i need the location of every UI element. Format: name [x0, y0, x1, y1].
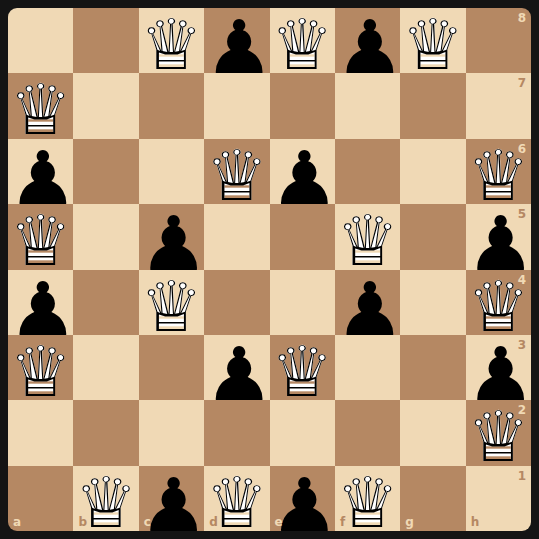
square-f3[interactable]: [335, 335, 400, 400]
chess-board: ♛♕♟♛♕♟♛♕8♛♕7♟♛♕♟♛♕6♛♕♟♛♕♟5♟♛♕♟♛♕4♛♕♟♛♕♟3…: [8, 8, 531, 531]
square-d6[interactable]: ♛♕: [204, 139, 269, 204]
square-b3[interactable]: [73, 335, 138, 400]
square-d1[interactable]: ♛♕d: [204, 466, 269, 531]
white-queen[interactable]: ♛♕: [8, 335, 73, 400]
square-h4[interactable]: ♛♕4: [466, 270, 531, 335]
white-queen[interactable]: ♛♕: [466, 270, 531, 335]
board-frame: ♛♕♟♛♕♟♛♕8♛♕7♟♛♕♟♛♕6♛♕♟♛♕♟5♟♛♕♟♛♕4♛♕♟♛♕♟3…: [0, 0, 539, 539]
white-queen[interactable]: ♛♕: [335, 466, 400, 531]
square-d5[interactable]: [204, 204, 269, 269]
white-queen-outline-icon: ♕: [140, 272, 203, 342]
square-h2[interactable]: ♛♕2: [466, 400, 531, 465]
square-b6[interactable]: [73, 139, 138, 204]
square-a4[interactable]: ♟: [8, 270, 73, 335]
square-b1[interactable]: ♛♕b: [73, 466, 138, 531]
square-d4[interactable]: [204, 270, 269, 335]
square-a7[interactable]: ♛♕: [8, 73, 73, 138]
white-queen[interactable]: ♛♕: [139, 270, 204, 335]
square-a3[interactable]: ♛♕: [8, 335, 73, 400]
black-pawn[interactable]: ♟: [335, 8, 400, 73]
square-b2[interactable]: [73, 400, 138, 465]
square-a8[interactable]: [8, 8, 73, 73]
square-e2[interactable]: [270, 400, 335, 465]
rank-label-8: 8: [518, 11, 526, 25]
white-queen-outline-icon: ♕: [336, 468, 399, 531]
square-f7[interactable]: [335, 73, 400, 138]
square-c5[interactable]: ♟: [139, 204, 204, 269]
square-b4[interactable]: [73, 270, 138, 335]
white-queen[interactable]: ♛♕: [400, 8, 465, 73]
file-label-a: a: [13, 515, 21, 529]
square-c3[interactable]: [139, 335, 204, 400]
square-d7[interactable]: [204, 73, 269, 138]
white-queen[interactable]: ♛♕: [270, 335, 335, 400]
square-g6[interactable]: [400, 139, 465, 204]
file-label-h: h: [471, 515, 480, 529]
square-f6[interactable]: [335, 139, 400, 204]
black-pawn-icon: ♟: [270, 468, 340, 531]
square-a5[interactable]: ♛♕: [8, 204, 73, 269]
white-queen-outline-icon: ♕: [467, 402, 530, 472]
black-pawn[interactable]: ♟: [139, 204, 204, 269]
square-c4[interactable]: ♛♕: [139, 270, 204, 335]
black-pawn[interactable]: ♟: [335, 270, 400, 335]
square-e8[interactable]: ♛♕: [270, 8, 335, 73]
black-pawn[interactable]: ♟: [8, 270, 73, 335]
white-queen-outline-icon: ♕: [9, 337, 72, 407]
square-g7[interactable]: [400, 73, 465, 138]
black-pawn[interactable]: ♟: [204, 8, 269, 73]
square-g3[interactable]: [400, 335, 465, 400]
black-pawn-icon: ♟: [139, 468, 209, 531]
black-pawn[interactable]: ♟: [270, 466, 335, 531]
black-pawn[interactable]: ♟: [466, 335, 531, 400]
square-d2[interactable]: [204, 400, 269, 465]
white-queen-outline-icon: ♕: [271, 10, 334, 80]
white-queen[interactable]: ♛♕: [204, 466, 269, 531]
black-pawn[interactable]: ♟: [8, 139, 73, 204]
black-pawn[interactable]: ♟: [139, 466, 204, 531]
white-queen[interactable]: ♛♕: [204, 139, 269, 204]
square-h8[interactable]: 8: [466, 8, 531, 73]
square-e6[interactable]: ♟: [270, 139, 335, 204]
square-e3[interactable]: ♛♕: [270, 335, 335, 400]
white-queen[interactable]: ♛♕: [73, 466, 138, 531]
white-queen[interactable]: ♛♕: [466, 139, 531, 204]
square-h7[interactable]: 7: [466, 73, 531, 138]
square-a6[interactable]: ♟: [8, 139, 73, 204]
black-pawn[interactable]: ♟: [270, 139, 335, 204]
square-a2[interactable]: [8, 400, 73, 465]
square-e7[interactable]: [270, 73, 335, 138]
white-queen-outline-icon: ♕: [402, 10, 465, 80]
square-g5[interactable]: [400, 204, 465, 269]
white-queen[interactable]: ♛♕: [139, 8, 204, 73]
square-b5[interactable]: [73, 204, 138, 269]
white-queen-outline-icon: ♕: [140, 10, 203, 80]
square-h1[interactable]: 1h: [466, 466, 531, 531]
white-queen[interactable]: ♛♕: [8, 204, 73, 269]
square-f4[interactable]: ♟: [335, 270, 400, 335]
square-b8[interactable]: [73, 8, 138, 73]
rank-label-1: 1: [518, 469, 526, 483]
square-h6[interactable]: ♛♕6: [466, 139, 531, 204]
square-f8[interactable]: ♟: [335, 8, 400, 73]
white-queen-outline-icon: ♕: [271, 337, 334, 407]
square-c8[interactable]: ♛♕: [139, 8, 204, 73]
square-c1[interactable]: ♟c: [139, 466, 204, 531]
square-f1[interactable]: ♛♕f: [335, 466, 400, 531]
file-label-g: g: [405, 515, 414, 529]
white-queen-outline-icon: ♕: [75, 468, 138, 531]
rank-label-7: 7: [518, 76, 526, 90]
square-c6[interactable]: [139, 139, 204, 204]
square-d3[interactable]: ♟: [204, 335, 269, 400]
square-e5[interactable]: [270, 204, 335, 269]
square-f2[interactable]: [335, 400, 400, 465]
square-g1[interactable]: g: [400, 466, 465, 531]
square-d8[interactable]: ♟: [204, 8, 269, 73]
square-g4[interactable]: [400, 270, 465, 335]
square-e1[interactable]: ♟e: [270, 466, 335, 531]
black-pawn[interactable]: ♟: [204, 335, 269, 400]
square-f5[interactable]: ♛♕: [335, 204, 400, 269]
white-queen[interactable]: ♛♕: [466, 400, 531, 465]
square-c2[interactable]: [139, 400, 204, 465]
white-queen-outline-icon: ♕: [205, 468, 268, 531]
square-g8[interactable]: ♛♕: [400, 8, 465, 73]
white-queen[interactable]: ♛♕: [335, 204, 400, 269]
square-a1[interactable]: a: [8, 466, 73, 531]
square-h3[interactable]: ♟3: [466, 335, 531, 400]
square-e4[interactable]: [270, 270, 335, 335]
square-g2[interactable]: [400, 400, 465, 465]
white-queen[interactable]: ♛♕: [8, 73, 73, 138]
black-pawn[interactable]: ♟: [466, 204, 531, 269]
square-h5[interactable]: ♟5: [466, 204, 531, 269]
square-c7[interactable]: [139, 73, 204, 138]
square-b7[interactable]: [73, 73, 138, 138]
white-queen-outline-icon: ♕: [205, 141, 268, 211]
white-queen[interactable]: ♛♕: [270, 8, 335, 73]
